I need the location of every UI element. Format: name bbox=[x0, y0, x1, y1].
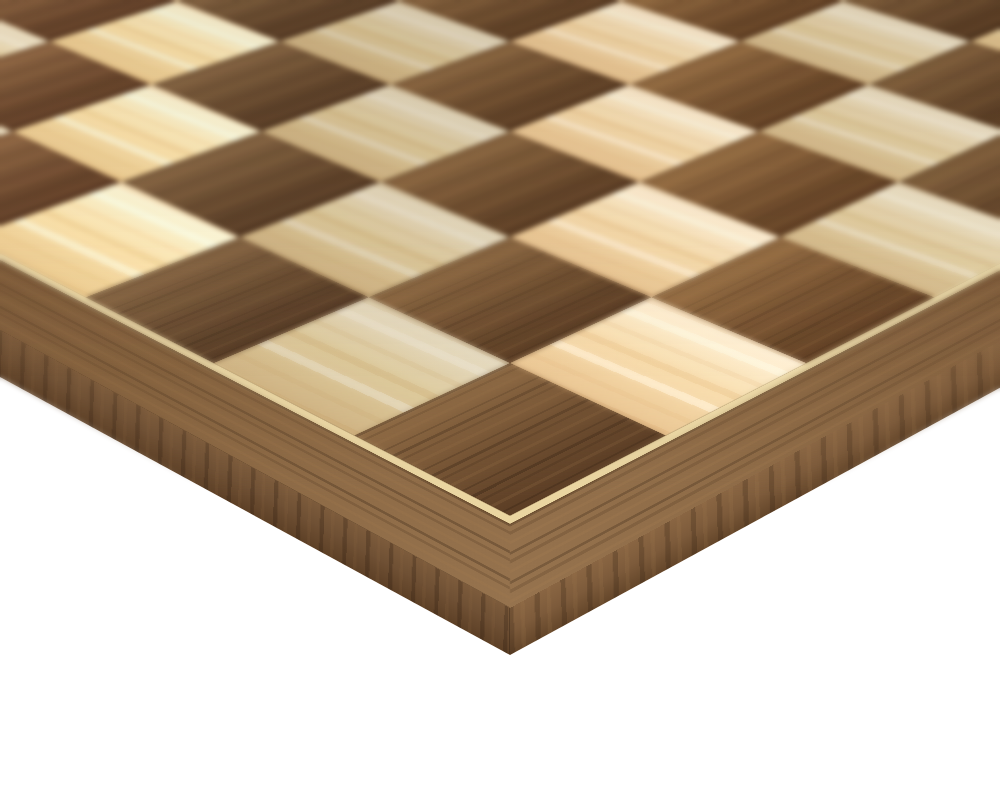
chess-board bbox=[0, 0, 1000, 800]
board-top-surface bbox=[0, 0, 1000, 608]
corner-edge-seam bbox=[509, 606, 510, 654]
photo-background bbox=[0, 0, 1000, 800]
